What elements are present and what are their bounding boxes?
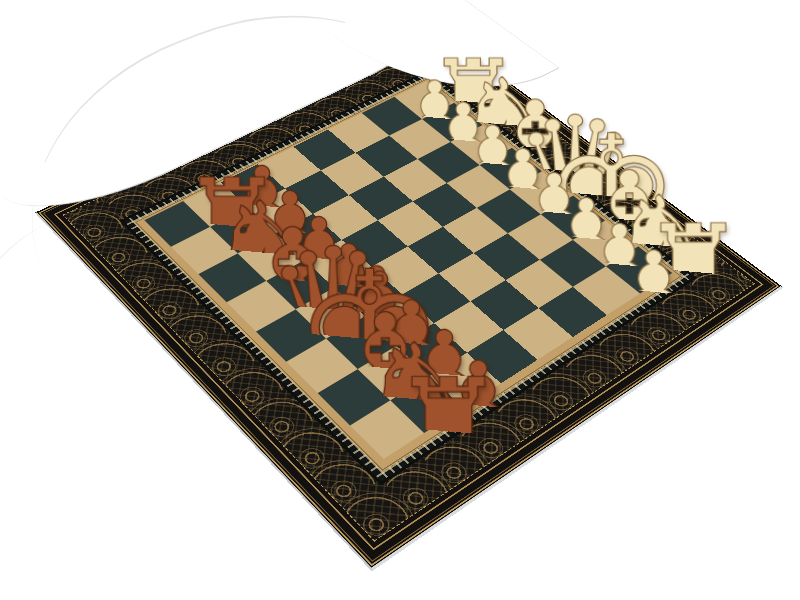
square-g8: ♞ bbox=[171, 227, 238, 274]
square-h2: ♟ bbox=[362, 97, 422, 136]
chess-photo-scene: ♜♞♝♚♛♝♞♜♟♟♟♟♟♟♟♟♟♟♟♟♟♟♟♟♜♞♝♚♛♝♞♜ bbox=[0, 0, 800, 600]
square-a2: ♟ bbox=[573, 266, 640, 315]
square-a8: ♜ bbox=[350, 400, 424, 459]
square-d2: ♟ bbox=[477, 189, 541, 233]
square-h8: ♜ bbox=[144, 201, 210, 247]
